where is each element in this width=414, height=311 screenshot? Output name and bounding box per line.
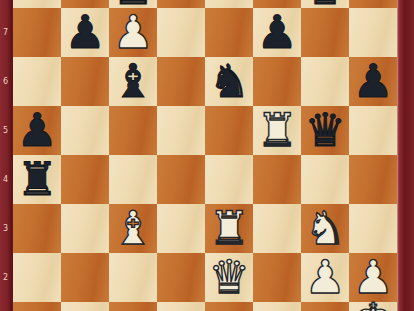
- square-g4: [301, 155, 349, 204]
- square-b5: [61, 106, 109, 155]
- black-pawn-icon: ♟: [64, 8, 105, 57]
- square-c7: ♟: [109, 8, 157, 57]
- black-bishop-icon: ♝: [112, 57, 153, 106]
- square-f7: ♟: [253, 8, 301, 57]
- square-f3: [253, 204, 301, 253]
- white-rook-icon: ♜: [256, 106, 297, 155]
- square-f5: ♜: [253, 106, 301, 155]
- white-king-icon: ♚: [352, 296, 393, 311]
- board-frame-left: [0, 0, 13, 311]
- square-d3: [157, 204, 205, 253]
- square-f1: [253, 302, 301, 311]
- square-g3: ♞: [301, 204, 349, 253]
- square-e3: ♜: [205, 204, 253, 253]
- square-a5: ♟: [13, 106, 61, 155]
- square-g2: ♟: [301, 253, 349, 302]
- square-e2: ♛: [205, 253, 253, 302]
- rank-label-3: 3: [0, 225, 11, 233]
- board-frame-right: [397, 0, 414, 311]
- white-knight-icon: ♞: [304, 204, 345, 253]
- rank-label-4: 4: [0, 176, 11, 184]
- square-c1: [109, 302, 157, 311]
- rank-label-2: 2: [0, 274, 11, 282]
- square-e8: [205, 0, 253, 8]
- square-e6: ♞: [205, 57, 253, 106]
- square-d2: [157, 253, 205, 302]
- square-c6: ♝: [109, 57, 157, 106]
- square-f2: [253, 253, 301, 302]
- square-b7: ♟: [61, 8, 109, 57]
- square-d6: [157, 57, 205, 106]
- white-bishop-icon: ♝: [112, 204, 153, 253]
- square-h7: [349, 8, 397, 57]
- square-c2: [109, 253, 157, 302]
- square-e7: [205, 8, 253, 57]
- square-d7: [157, 8, 205, 57]
- square-g5: ♛: [301, 106, 349, 155]
- square-h8: [349, 0, 397, 8]
- black-pawn-icon: ♟: [16, 106, 57, 155]
- square-h5: [349, 106, 397, 155]
- square-a4: ♜: [13, 155, 61, 204]
- black-queen-icon: ♛: [304, 106, 345, 155]
- square-b6: [61, 57, 109, 106]
- square-e4: [205, 155, 253, 204]
- square-e1: [205, 302, 253, 311]
- square-g6: [301, 57, 349, 106]
- square-d8: [157, 0, 205, 8]
- square-g8: ♚: [301, 0, 349, 8]
- chess-board: ♜♚♟♟♟♝♞♟♟♜♛♜♝♜♞♛♟♟♚: [13, 0, 397, 311]
- black-pawn-icon: ♟: [256, 8, 297, 57]
- black-knight-icon: ♞: [208, 57, 249, 106]
- square-a1: [13, 302, 61, 311]
- square-h3: [349, 204, 397, 253]
- white-pawn-icon: ♟: [112, 8, 153, 57]
- square-a3: [13, 204, 61, 253]
- square-a8: [13, 0, 61, 8]
- white-pawn-icon: ♟: [304, 253, 345, 302]
- square-g1: [301, 302, 349, 311]
- square-b4: [61, 155, 109, 204]
- white-rook-icon: ♜: [208, 204, 249, 253]
- chess-diagram: ♜♚♟♟♟♝♞♟♟♜♛♜♝♜♞♛♟♟♚ 765432: [0, 0, 414, 311]
- rank-label-7: 7: [0, 29, 11, 37]
- white-queen-icon: ♛: [208, 253, 249, 302]
- square-a6: [13, 57, 61, 106]
- black-rook-icon: ♜: [16, 155, 57, 204]
- square-e5: [205, 106, 253, 155]
- square-b1: [61, 302, 109, 311]
- square-d5: [157, 106, 205, 155]
- square-c5: [109, 106, 157, 155]
- square-h1: ♚: [349, 302, 397, 311]
- square-b3: [61, 204, 109, 253]
- square-h4: [349, 155, 397, 204]
- square-f4: [253, 155, 301, 204]
- rank-label-6: 6: [0, 78, 11, 86]
- square-g7: [301, 8, 349, 57]
- square-c3: ♝: [109, 204, 157, 253]
- square-c4: [109, 155, 157, 204]
- square-a2: [13, 253, 61, 302]
- square-f6: [253, 57, 301, 106]
- black-pawn-icon: ♟: [352, 57, 393, 106]
- square-b2: [61, 253, 109, 302]
- square-d4: [157, 155, 205, 204]
- square-d1: [157, 302, 205, 311]
- square-h6: ♟: [349, 57, 397, 106]
- rank-label-5: 5: [0, 127, 11, 135]
- square-a7: [13, 8, 61, 57]
